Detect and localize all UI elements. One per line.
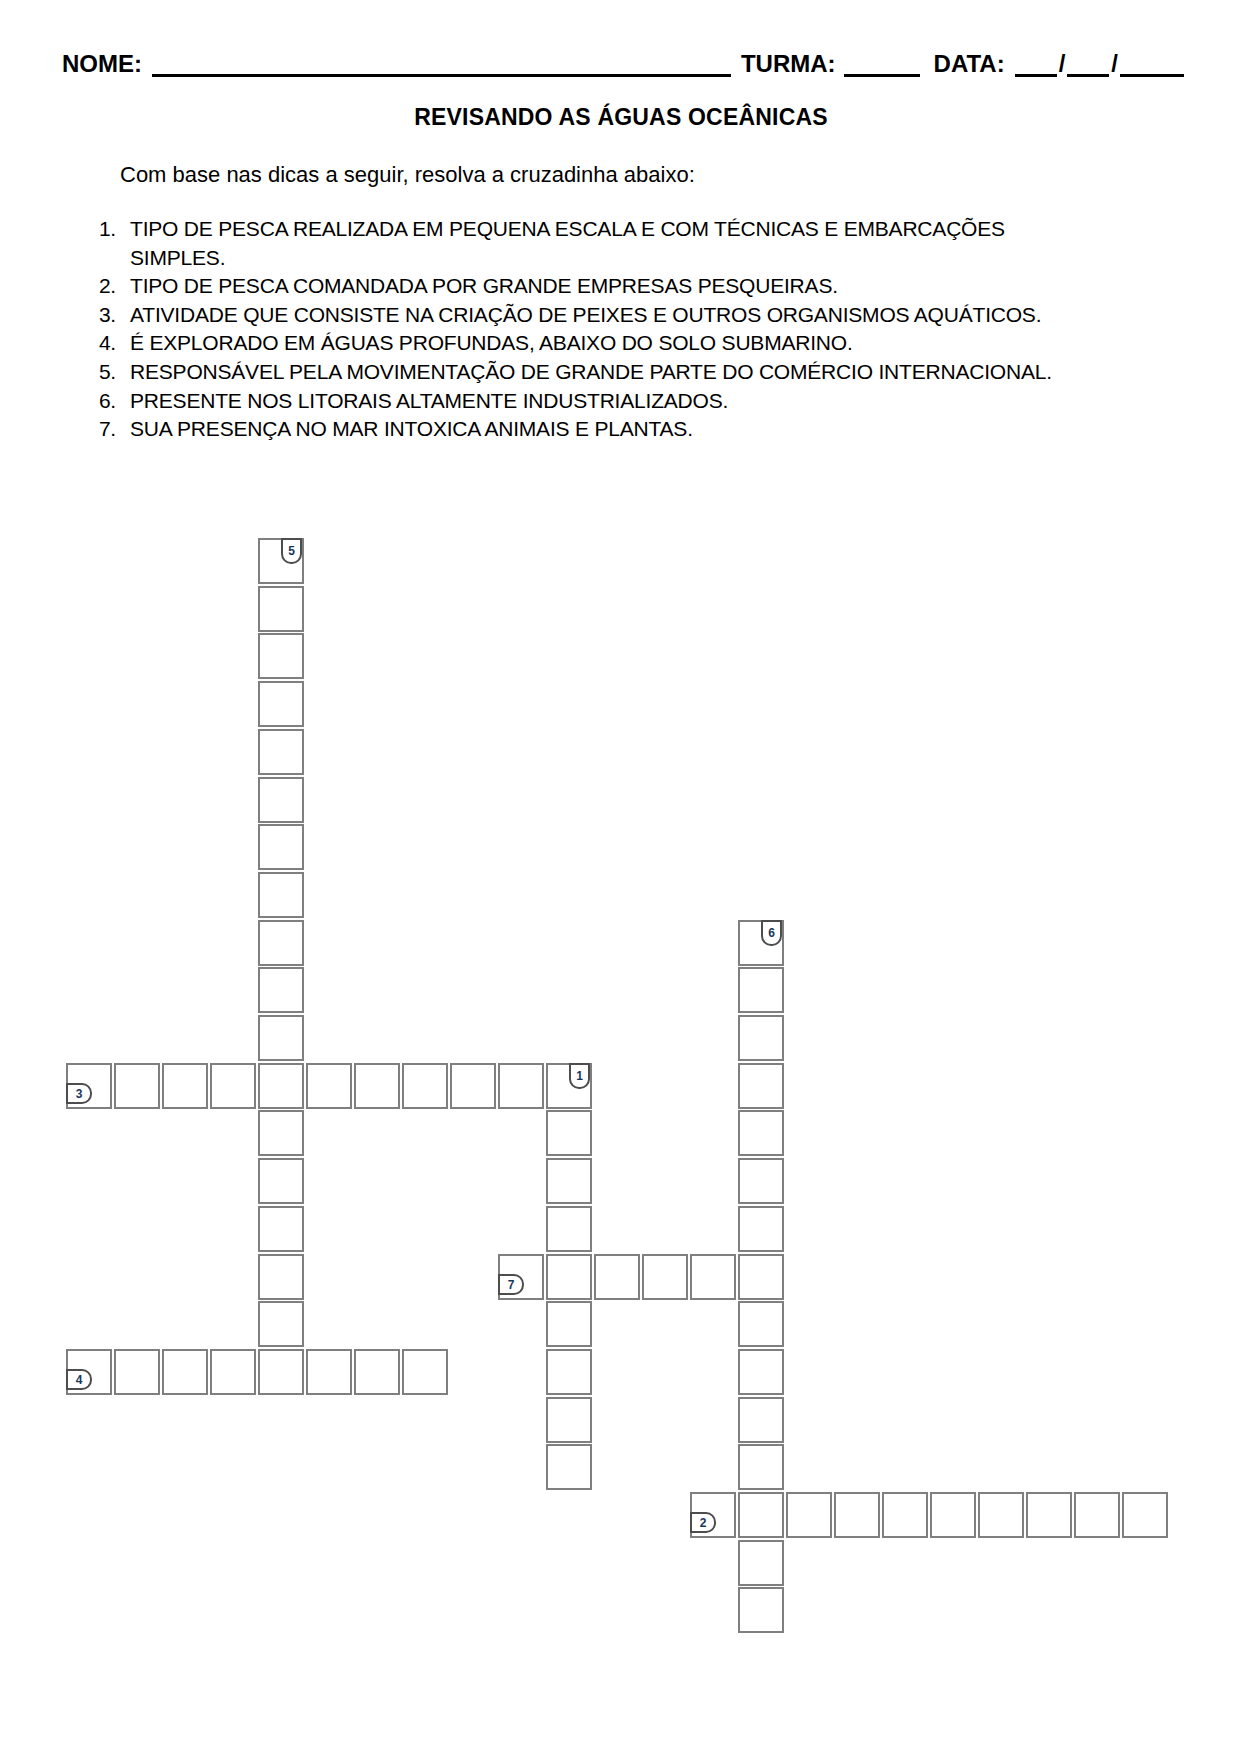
clue-item: 2.TIPO DE PESCA COMANDADA POR GRANDE EMP… — [84, 272, 1100, 301]
date-separator: / — [1111, 50, 1118, 78]
clue-number: 5. — [84, 358, 116, 387]
grid-cell[interactable] — [258, 920, 304, 966]
grid-cell[interactable] — [306, 1349, 352, 1395]
grid-cell[interactable] — [258, 633, 304, 679]
date-year-blank[interactable] — [1120, 53, 1184, 77]
turma-label: TURMA: — [741, 50, 836, 78]
grid-cell[interactable] — [498, 1063, 544, 1109]
grid-cell[interactable] — [258, 824, 304, 870]
grid-cell[interactable]: 1 — [546, 1063, 592, 1109]
grid-cell[interactable] — [738, 1063, 784, 1109]
grid-cell[interactable] — [258, 777, 304, 823]
grid-cell[interactable] — [738, 1206, 784, 1252]
grid-cell[interactable] — [258, 872, 304, 918]
grid-cell[interactable] — [738, 1158, 784, 1204]
grid-cell[interactable] — [210, 1063, 256, 1109]
grid-cell[interactable] — [450, 1063, 496, 1109]
grid-cell[interactable] — [258, 681, 304, 727]
clue-number-badge: 3 — [66, 1083, 92, 1104]
grid-cell[interactable] — [546, 1301, 592, 1347]
grid-cell[interactable] — [162, 1063, 208, 1109]
grid-cell[interactable] — [114, 1063, 160, 1109]
clue-number-badge: 7 — [498, 1274, 524, 1295]
grid-cell[interactable] — [738, 1397, 784, 1443]
date-month-blank[interactable] — [1067, 53, 1109, 77]
grid-cell[interactable] — [738, 1444, 784, 1490]
grid-cell[interactable] — [978, 1492, 1024, 1538]
grid-cell[interactable] — [594, 1254, 640, 1300]
clue-number-badge: 1 — [569, 1063, 590, 1089]
grid-cell[interactable] — [306, 1063, 352, 1109]
grid-cell[interactable] — [546, 1349, 592, 1395]
grid-cell[interactable] — [354, 1349, 400, 1395]
clue-item: 5.RESPONSÁVEL PELA MOVIMENTAÇÃO DE GRAND… — [84, 358, 1100, 387]
clue-number: 6. — [84, 387, 116, 416]
grid-cell[interactable] — [690, 1254, 736, 1300]
grid-cell[interactable]: 2 — [690, 1492, 736, 1538]
grid-cell[interactable] — [738, 1492, 784, 1538]
grid-cell[interactable] — [162, 1349, 208, 1395]
clue-text: SUA PRESENÇA NO MAR INTOXICA ANIMAIS E P… — [130, 415, 693, 444]
crossword-grid: 5631742 — [66, 538, 1170, 1635]
grid-cell[interactable] — [738, 1349, 784, 1395]
grid-cell[interactable] — [1026, 1492, 1072, 1538]
clue-item: 1.TIPO DE PESCA REALIZADA EM PEQUENA ESC… — [84, 215, 1100, 272]
grid-cell[interactable] — [546, 1158, 592, 1204]
header: NOME: TURMA: DATA: / / — [62, 50, 1184, 78]
grid-cell[interactable] — [402, 1349, 448, 1395]
name-blank-line[interactable] — [152, 53, 731, 77]
grid-cell[interactable] — [258, 1110, 304, 1156]
grid-cell[interactable]: 5 — [258, 538, 304, 584]
clue-number-badge: 6 — [761, 920, 782, 946]
page-title: REVISANDO AS ÁGUAS OCEÂNICAS — [0, 104, 1242, 131]
clue-text: TIPO DE PESCA REALIZADA EM PEQUENA ESCAL… — [130, 215, 1100, 272]
grid-cell[interactable] — [1122, 1492, 1168, 1538]
clue-number: 3. — [84, 301, 116, 330]
grid-cell[interactable] — [258, 1254, 304, 1300]
clue-item: 4.É EXPLORADO EM ÁGUAS PROFUNDAS, ABAIXO… — [84, 329, 1100, 358]
grid-cell[interactable] — [738, 967, 784, 1013]
clue-item: 6.PRESENTE NOS LITORAIS ALTAMENTE INDUST… — [84, 387, 1100, 416]
grid-cell[interactable] — [258, 1301, 304, 1347]
clue-item: 3.ATIVIDADE QUE CONSISTE NA CRIAÇÃO DE P… — [84, 301, 1100, 330]
grid-cell[interactable] — [642, 1254, 688, 1300]
clue-list: 1.TIPO DE PESCA REALIZADA EM PEQUENA ESC… — [84, 215, 1100, 444]
grid-cell[interactable] — [738, 1254, 784, 1300]
clue-number: 1. — [84, 215, 116, 272]
grid-cell[interactable] — [114, 1349, 160, 1395]
grid-cell[interactable] — [834, 1492, 880, 1538]
grid-cell[interactable] — [546, 1444, 592, 1490]
grid-cell[interactable] — [738, 1015, 784, 1061]
grid-cell[interactable] — [738, 1110, 784, 1156]
worksheet-page: NOME: TURMA: DATA: / / REVISANDO AS ÁGUA… — [0, 0, 1242, 1755]
instructions-text: Com base nas dicas a seguir, resolva a c… — [120, 162, 695, 188]
date-day-blank[interactable] — [1015, 53, 1057, 77]
grid-cell[interactable] — [546, 1110, 592, 1156]
clue-number: 7. — [84, 415, 116, 444]
clue-item: 7.SUA PRESENÇA NO MAR INTOXICA ANIMAIS E… — [84, 415, 1100, 444]
grid-cell[interactable]: 4 — [66, 1349, 112, 1395]
grid-cell[interactable] — [258, 1063, 304, 1109]
clue-text: TIPO DE PESCA COMANDADA POR GRANDE EMPRE… — [130, 272, 838, 301]
name-label: NOME: — [62, 50, 142, 78]
grid-cell[interactable] — [930, 1492, 976, 1538]
grid-cell[interactable]: 3 — [66, 1063, 112, 1109]
grid-cell[interactable] — [258, 1015, 304, 1061]
clue-number-badge: 5 — [281, 538, 302, 564]
grid-cell[interactable] — [738, 1301, 784, 1347]
grid-cell[interactable] — [210, 1349, 256, 1395]
clue-number: 2. — [84, 272, 116, 301]
turma-blank-line[interactable] — [844, 53, 920, 77]
clue-number-badge: 4 — [66, 1369, 92, 1390]
grid-cell[interactable] — [738, 1587, 784, 1633]
grid-cell[interactable] — [882, 1492, 928, 1538]
grid-cell[interactable] — [546, 1397, 592, 1443]
grid-cell[interactable] — [258, 1158, 304, 1204]
grid-cell[interactable] — [258, 586, 304, 632]
grid-cell[interactable] — [258, 1206, 304, 1252]
grid-cell[interactable] — [402, 1063, 448, 1109]
grid-cell[interactable] — [258, 1349, 304, 1395]
grid-cell[interactable] — [786, 1492, 832, 1538]
grid-cell[interactable]: 7 — [498, 1254, 544, 1300]
data-label: DATA: — [934, 50, 1005, 78]
clue-number: 4. — [84, 329, 116, 358]
clue-number-badge: 2 — [690, 1512, 716, 1533]
grid-cell[interactable] — [546, 1254, 592, 1300]
grid-cell[interactable] — [1074, 1492, 1120, 1538]
clue-text: RESPONSÁVEL PELA MOVIMENTAÇÃO DE GRANDE … — [130, 358, 1052, 387]
clue-text: É EXPLORADO EM ÁGUAS PROFUNDAS, ABAIXO D… — [130, 329, 853, 358]
grid-cell[interactable] — [546, 1206, 592, 1252]
grid-cell[interactable] — [354, 1063, 400, 1109]
grid-cell[interactable]: 6 — [738, 920, 784, 966]
grid-cell[interactable] — [258, 967, 304, 1013]
grid-cell[interactable] — [258, 729, 304, 775]
grid-cell[interactable] — [738, 1540, 784, 1586]
clue-text: ATIVIDADE QUE CONSISTE NA CRIAÇÃO DE PEI… — [130, 301, 1041, 330]
clue-text: PRESENTE NOS LITORAIS ALTAMENTE INDUSTRI… — [130, 387, 728, 416]
date-separator: / — [1059, 50, 1066, 78]
